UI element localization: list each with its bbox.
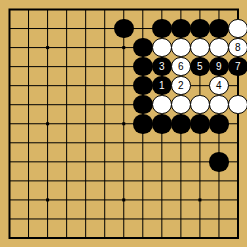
point-f5[interactable] xyxy=(95,152,114,171)
point-j3[interactable] xyxy=(152,190,171,209)
point-j4[interactable] xyxy=(152,171,171,190)
point-g9[interactable] xyxy=(114,76,133,95)
point-k3[interactable] xyxy=(171,190,190,209)
point-h8[interactable] xyxy=(133,95,152,114)
point-j1[interactable] xyxy=(152,228,171,247)
point-g10[interactable] xyxy=(114,57,133,76)
point-n12[interactable] xyxy=(228,19,247,38)
black-stone xyxy=(209,152,229,172)
point-m1[interactable] xyxy=(209,228,228,247)
point-b13[interactable] xyxy=(19,0,38,19)
point-m8[interactable] xyxy=(209,95,228,114)
point-c7[interactable] xyxy=(38,114,57,133)
point-c5[interactable] xyxy=(38,152,57,171)
point-c3[interactable] xyxy=(38,190,57,209)
point-g3[interactable] xyxy=(114,190,133,209)
move-6-white-stone: 6 xyxy=(171,57,191,77)
point-f8[interactable] xyxy=(95,95,114,114)
point-n4[interactable] xyxy=(228,171,247,190)
point-n1[interactable] xyxy=(228,228,247,247)
point-f4[interactable] xyxy=(95,171,114,190)
point-k8[interactable] xyxy=(171,95,190,114)
point-f1[interactable] xyxy=(95,228,114,247)
point-k9[interactable]: 2 xyxy=(171,76,190,95)
white-stone xyxy=(171,38,191,58)
point-e5[interactable] xyxy=(76,152,95,171)
point-e2[interactable] xyxy=(76,209,95,228)
point-l6[interactable] xyxy=(190,133,209,152)
point-k13[interactable] xyxy=(171,0,190,19)
point-m13[interactable] xyxy=(209,0,228,19)
point-l12[interactable] xyxy=(190,19,209,38)
point-e1[interactable] xyxy=(76,228,95,247)
point-d8[interactable] xyxy=(57,95,76,114)
point-m7[interactable] xyxy=(209,114,228,133)
point-k10[interactable]: 6 xyxy=(171,57,190,76)
point-a8[interactable] xyxy=(0,95,19,114)
black-stone xyxy=(133,76,153,96)
point-h2[interactable] xyxy=(133,209,152,228)
point-e6[interactable] xyxy=(76,133,95,152)
point-g6[interactable] xyxy=(114,133,133,152)
point-f3[interactable] xyxy=(95,190,114,209)
point-k6[interactable] xyxy=(171,133,190,152)
point-f13[interactable] xyxy=(95,0,114,19)
point-h6[interactable] xyxy=(133,133,152,152)
point-m6[interactable] xyxy=(209,133,228,152)
point-l1[interactable] xyxy=(190,228,209,247)
point-f9[interactable] xyxy=(95,76,114,95)
black-stone xyxy=(209,114,229,134)
point-g13[interactable] xyxy=(114,0,133,19)
point-a13[interactable] xyxy=(0,0,19,19)
point-d12[interactable] xyxy=(57,19,76,38)
point-l3[interactable] xyxy=(190,190,209,209)
point-b7[interactable] xyxy=(19,114,38,133)
white-stone xyxy=(228,19,247,39)
point-e13[interactable] xyxy=(76,0,95,19)
point-a1[interactable] xyxy=(0,228,19,247)
point-c2[interactable] xyxy=(38,209,57,228)
point-d3[interactable] xyxy=(57,190,76,209)
point-c6[interactable] xyxy=(38,133,57,152)
point-a9[interactable] xyxy=(0,76,19,95)
move-9-black-stone: 9 xyxy=(209,57,229,77)
black-stone xyxy=(209,19,229,39)
point-m5[interactable] xyxy=(209,152,228,171)
point-j8[interactable] xyxy=(152,95,171,114)
point-j7[interactable] xyxy=(152,114,171,133)
point-f7[interactable] xyxy=(95,114,114,133)
point-d13[interactable] xyxy=(57,0,76,19)
point-h13[interactable] xyxy=(133,0,152,19)
point-e4[interactable] xyxy=(76,171,95,190)
move-3-black-stone: 3 xyxy=(152,57,172,77)
point-a5[interactable] xyxy=(0,152,19,171)
point-c4[interactable] xyxy=(38,171,57,190)
point-m10[interactable]: 9 xyxy=(209,57,228,76)
point-k7[interactable] xyxy=(171,114,190,133)
point-j9[interactable]: 1 xyxy=(152,76,171,95)
point-f6[interactable] xyxy=(95,133,114,152)
point-f2[interactable] xyxy=(95,209,114,228)
move-8-white-stone: 8 xyxy=(228,38,247,58)
point-n11[interactable]: 8 xyxy=(228,38,247,57)
point-f12[interactable] xyxy=(95,19,114,38)
point-a3[interactable] xyxy=(0,190,19,209)
point-g1[interactable] xyxy=(114,228,133,247)
point-n8[interactable] xyxy=(228,95,247,114)
point-k12[interactable] xyxy=(171,19,190,38)
point-d2[interactable] xyxy=(57,209,76,228)
white-stone xyxy=(190,95,210,115)
point-h4[interactable] xyxy=(133,171,152,190)
black-stone xyxy=(114,19,134,39)
point-h12[interactable] xyxy=(133,19,152,38)
point-j13[interactable] xyxy=(152,0,171,19)
point-e8[interactable] xyxy=(76,95,95,114)
point-g7[interactable] xyxy=(114,114,133,133)
point-g4[interactable] xyxy=(114,171,133,190)
point-l4[interactable] xyxy=(190,171,209,190)
point-l8[interactable] xyxy=(190,95,209,114)
point-c8[interactable] xyxy=(38,95,57,114)
point-c1[interactable] xyxy=(38,228,57,247)
point-e3[interactable] xyxy=(76,190,95,209)
black-stone xyxy=(133,95,153,115)
point-e9[interactable] xyxy=(76,76,95,95)
point-b2[interactable] xyxy=(19,209,38,228)
white-stone xyxy=(228,95,247,115)
black-stone xyxy=(190,114,210,134)
point-j2[interactable] xyxy=(152,209,171,228)
point-c10[interactable] xyxy=(38,57,57,76)
point-j5[interactable] xyxy=(152,152,171,171)
point-a12[interactable] xyxy=(0,19,19,38)
move-1-black-stone: 1 xyxy=(152,76,172,96)
point-j12[interactable] xyxy=(152,19,171,38)
point-m11[interactable] xyxy=(209,38,228,57)
point-j10[interactable]: 3 xyxy=(152,57,171,76)
white-stone xyxy=(209,95,229,115)
point-b9[interactable] xyxy=(19,76,38,95)
black-stone xyxy=(190,19,210,39)
point-h11[interactable] xyxy=(133,38,152,57)
black-stone xyxy=(152,114,172,134)
point-c12[interactable] xyxy=(38,19,57,38)
white-stone xyxy=(190,38,210,58)
point-n5[interactable] xyxy=(228,152,247,171)
point-h9[interactable] xyxy=(133,76,152,95)
point-l10[interactable]: 5 xyxy=(190,57,209,76)
point-g2[interactable] xyxy=(114,209,133,228)
point-k11[interactable] xyxy=(171,38,190,57)
white-stone xyxy=(152,95,172,115)
point-c13[interactable] xyxy=(38,0,57,19)
point-e7[interactable] xyxy=(76,114,95,133)
point-b5[interactable] xyxy=(19,152,38,171)
point-f11[interactable] xyxy=(95,38,114,57)
point-b8[interactable] xyxy=(19,95,38,114)
point-m3[interactable] xyxy=(209,190,228,209)
point-b11[interactable] xyxy=(19,38,38,57)
move-4-white-stone: 4 xyxy=(209,76,229,96)
point-f10[interactable] xyxy=(95,57,114,76)
point-k1[interactable] xyxy=(171,228,190,247)
point-m2[interactable] xyxy=(209,209,228,228)
point-a4[interactable] xyxy=(0,171,19,190)
point-g11[interactable] xyxy=(114,38,133,57)
point-d11[interactable] xyxy=(57,38,76,57)
point-d4[interactable] xyxy=(57,171,76,190)
point-a7[interactable] xyxy=(0,114,19,133)
point-h10[interactable] xyxy=(133,57,152,76)
point-g12[interactable] xyxy=(114,19,133,38)
point-h5[interactable] xyxy=(133,152,152,171)
point-k5[interactable] xyxy=(171,152,190,171)
point-d1[interactable] xyxy=(57,228,76,247)
point-l5[interactable] xyxy=(190,152,209,171)
black-stone xyxy=(133,38,153,58)
black-stone xyxy=(133,57,153,77)
point-k2[interactable] xyxy=(171,209,190,228)
point-l13[interactable] xyxy=(190,0,209,19)
move-7-black-stone: 7 xyxy=(228,57,247,77)
point-a6[interactable] xyxy=(0,133,19,152)
point-n3[interactable] xyxy=(228,190,247,209)
black-stone xyxy=(133,114,153,134)
point-h7[interactable] xyxy=(133,114,152,133)
point-n9[interactable] xyxy=(228,76,247,95)
point-a2[interactable] xyxy=(0,209,19,228)
point-l11[interactable] xyxy=(190,38,209,57)
point-b4[interactable] xyxy=(19,171,38,190)
point-a11[interactable] xyxy=(0,38,19,57)
point-j6[interactable] xyxy=(152,133,171,152)
point-l9[interactable] xyxy=(190,76,209,95)
point-m12[interactable] xyxy=(209,19,228,38)
point-b1[interactable] xyxy=(19,228,38,247)
white-stone xyxy=(209,38,229,58)
black-stone xyxy=(171,114,191,134)
point-e11[interactable] xyxy=(76,38,95,57)
point-n7[interactable] xyxy=(228,114,247,133)
point-b12[interactable] xyxy=(19,19,38,38)
point-l2[interactable] xyxy=(190,209,209,228)
point-n10[interactable]: 7 xyxy=(228,57,247,76)
point-k4[interactable] xyxy=(171,171,190,190)
point-m9[interactable]: 4 xyxy=(209,76,228,95)
point-n13[interactable] xyxy=(228,0,247,19)
point-h1[interactable] xyxy=(133,228,152,247)
move-5-black-stone: 5 xyxy=(190,57,210,77)
black-stone xyxy=(152,19,172,39)
board-intersections: 836597124 xyxy=(0,0,247,247)
point-c9[interactable] xyxy=(38,76,57,95)
point-e10[interactable] xyxy=(76,57,95,76)
white-stone xyxy=(152,38,172,58)
point-e12[interactable] xyxy=(76,19,95,38)
point-n2[interactable] xyxy=(228,209,247,228)
white-stone xyxy=(171,95,191,115)
point-g8[interactable] xyxy=(114,95,133,114)
point-b6[interactable] xyxy=(19,133,38,152)
point-g5[interactable] xyxy=(114,152,133,171)
point-d10[interactable] xyxy=(57,57,76,76)
point-d6[interactable] xyxy=(57,133,76,152)
point-b3[interactable] xyxy=(19,190,38,209)
point-n6[interactable] xyxy=(228,133,247,152)
point-j11[interactable] xyxy=(152,38,171,57)
point-b10[interactable] xyxy=(19,57,38,76)
go-board: 836597124 xyxy=(0,0,247,247)
black-stone xyxy=(171,19,191,39)
point-h3[interactable] xyxy=(133,190,152,209)
point-d5[interactable] xyxy=(57,152,76,171)
point-d7[interactable] xyxy=(57,114,76,133)
move-2-white-stone: 2 xyxy=(171,76,191,96)
point-m4[interactable] xyxy=(209,171,228,190)
point-d9[interactable] xyxy=(57,76,76,95)
point-l7[interactable] xyxy=(190,114,209,133)
point-c11[interactable] xyxy=(38,38,57,57)
point-a10[interactable] xyxy=(0,57,19,76)
